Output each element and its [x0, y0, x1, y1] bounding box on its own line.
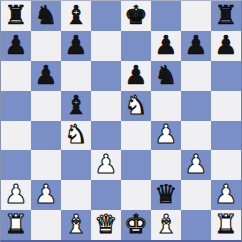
- square-f1[interactable]: ♝: [151, 210, 181, 240]
- piece-white-bishop[interactable]: ♝: [154, 211, 177, 237]
- piece-black-pawn[interactable]: ♟: [184, 32, 207, 58]
- square-f3[interactable]: [151, 150, 181, 180]
- piece-black-pawn[interactable]: ♟: [4, 32, 27, 58]
- piece-white-pawn[interactable]: ♟: [4, 181, 27, 207]
- square-b4[interactable]: [31, 121, 61, 151]
- piece-black-pawn[interactable]: ♟: [124, 62, 147, 88]
- piece-black-pawn[interactable]: ♟: [34, 62, 57, 88]
- piece-white-rook[interactable]: ♜: [214, 211, 237, 237]
- square-g6[interactable]: [181, 61, 211, 91]
- piece-black-knight[interactable]: ♞: [154, 62, 177, 88]
- square-d1[interactable]: ♛: [91, 210, 121, 240]
- square-f7[interactable]: ♟: [151, 31, 181, 61]
- square-e5[interactable]: ♞: [121, 91, 151, 121]
- square-d6[interactable]: [91, 61, 121, 91]
- square-e6[interactable]: ♟: [121, 61, 151, 91]
- piece-black-pawn[interactable]: ♟: [64, 32, 87, 58]
- square-h3[interactable]: [211, 150, 241, 180]
- square-b2[interactable]: ♟: [31, 180, 61, 210]
- square-a3[interactable]: [1, 150, 31, 180]
- piece-white-king[interactable]: ♚: [124, 211, 147, 237]
- square-b6[interactable]: ♟: [31, 61, 61, 91]
- square-a2[interactable]: ♟: [1, 180, 31, 210]
- square-c8[interactable]: ♝: [61, 1, 91, 31]
- square-h2[interactable]: ♟: [211, 180, 241, 210]
- piece-white-pawn[interactable]: ♟: [184, 151, 207, 177]
- square-a5[interactable]: [1, 91, 31, 121]
- square-c2[interactable]: [61, 180, 91, 210]
- piece-black-pawn[interactable]: ♟: [154, 32, 177, 58]
- piece-black-rook[interactable]: ♜: [214, 2, 237, 28]
- square-a4[interactable]: [1, 121, 31, 151]
- piece-white-pawn[interactable]: ♟: [34, 181, 57, 207]
- chess-board-container: ♜♞♝♚♜♟♟♟♟♟♟♟♞♝♞♞♟♟♟♟♟♛♟♜♝♛♚♝♜: [0, 0, 242, 242]
- square-e3[interactable]: [121, 150, 151, 180]
- square-a1[interactable]: ♜: [1, 210, 31, 240]
- square-g3[interactable]: ♟: [181, 150, 211, 180]
- square-g4[interactable]: [181, 121, 211, 151]
- piece-black-rook[interactable]: ♜: [4, 2, 27, 28]
- square-e1[interactable]: ♚: [121, 210, 151, 240]
- square-d4[interactable]: [91, 121, 121, 151]
- square-a8[interactable]: ♜: [1, 1, 31, 31]
- square-f4[interactable]: ♟: [151, 121, 181, 151]
- piece-white-knight[interactable]: ♞: [64, 121, 87, 147]
- piece-white-pawn[interactable]: ♟: [94, 151, 117, 177]
- square-g1[interactable]: [181, 210, 211, 240]
- square-f6[interactable]: ♞: [151, 61, 181, 91]
- square-c3[interactable]: [61, 150, 91, 180]
- square-a6[interactable]: [1, 61, 31, 91]
- square-d3[interactable]: ♟: [91, 150, 121, 180]
- square-c6[interactable]: [61, 61, 91, 91]
- square-a7[interactable]: ♟: [1, 31, 31, 61]
- square-g7[interactable]: ♟: [181, 31, 211, 61]
- square-d8[interactable]: [91, 1, 121, 31]
- square-b7[interactable]: [31, 31, 61, 61]
- square-h7[interactable]: ♟: [211, 31, 241, 61]
- piece-black-king[interactable]: ♚: [124, 2, 147, 28]
- piece-black-knight[interactable]: ♞: [34, 2, 57, 28]
- piece-black-pawn[interactable]: ♟: [214, 32, 237, 58]
- piece-white-pawn[interactable]: ♟: [214, 181, 237, 207]
- square-h1[interactable]: ♜: [211, 210, 241, 240]
- chess-board: ♜♞♝♚♜♟♟♟♟♟♟♟♞♝♞♞♟♟♟♟♟♛♟♜♝♛♚♝♜: [0, 0, 242, 242]
- square-c1[interactable]: ♝: [61, 210, 91, 240]
- square-f5[interactable]: [151, 91, 181, 121]
- piece-black-bishop[interactable]: ♝: [64, 2, 87, 28]
- piece-white-queen[interactable]: ♛: [94, 211, 117, 237]
- square-d7[interactable]: [91, 31, 121, 61]
- piece-white-rook[interactable]: ♜: [4, 211, 27, 237]
- square-h5[interactable]: [211, 91, 241, 121]
- square-h8[interactable]: ♜: [211, 1, 241, 31]
- square-g2[interactable]: [181, 180, 211, 210]
- square-c4[interactable]: ♞: [61, 121, 91, 151]
- piece-white-bishop[interactable]: ♝: [64, 211, 87, 237]
- square-d5[interactable]: [91, 91, 121, 121]
- square-h6[interactable]: [211, 61, 241, 91]
- piece-white-knight[interactable]: ♞: [124, 92, 147, 118]
- square-e4[interactable]: [121, 121, 151, 151]
- square-e8[interactable]: ♚: [121, 1, 151, 31]
- square-g5[interactable]: [181, 91, 211, 121]
- square-e2[interactable]: [121, 180, 151, 210]
- square-e7[interactable]: [121, 31, 151, 61]
- square-d2[interactable]: [91, 180, 121, 210]
- square-b8[interactable]: ♞: [31, 1, 61, 31]
- piece-black-bishop[interactable]: ♝: [64, 92, 87, 118]
- square-b1[interactable]: [31, 210, 61, 240]
- piece-white-pawn[interactable]: ♟: [154, 121, 177, 147]
- square-b3[interactable]: [31, 150, 61, 180]
- square-h4[interactable]: [211, 121, 241, 151]
- square-b5[interactable]: [31, 91, 61, 121]
- square-c5[interactable]: ♝: [61, 91, 91, 121]
- square-f2[interactable]: ♛: [151, 180, 181, 210]
- square-g8[interactable]: [181, 1, 211, 31]
- square-c7[interactable]: ♟: [61, 31, 91, 61]
- square-f8[interactable]: [151, 1, 181, 31]
- piece-black-queen[interactable]: ♛: [154, 181, 177, 207]
